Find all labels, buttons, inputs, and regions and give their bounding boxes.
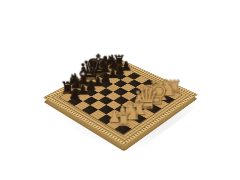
chess-board: ♜♞♝♛♚♝♞♜♟♟♟♟♟♟♟♟♟♟♟♟♟♟♟♟♜♞♝♛♚♝♞♜: [43, 58, 198, 147]
chess-set-photo: ♜♞♝♛♚♝♞♜♟♟♟♟♟♟♟♟♟♟♟♟♟♟♟♟♜♞♝♛♚♝♞♜: [0, 0, 240, 180]
